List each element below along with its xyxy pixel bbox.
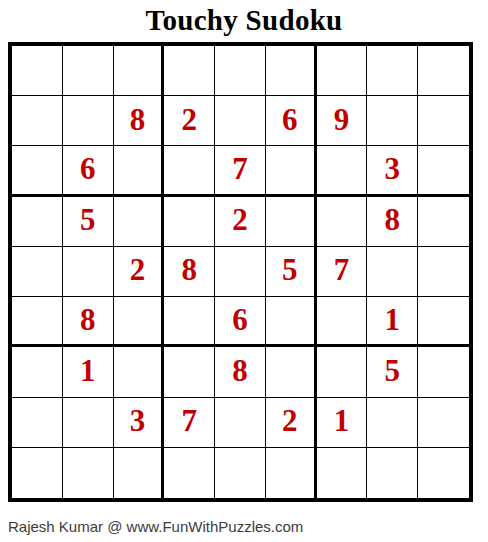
- cell-r1c5[interactable]: [215, 46, 266, 96]
- cell-r3c6[interactable]: [266, 146, 317, 196]
- cell-r5c6-given-5[interactable]: 5: [266, 247, 317, 297]
- cell-r8c6-given-2[interactable]: 2: [266, 398, 317, 448]
- cell-r1c3[interactable]: [114, 46, 165, 96]
- cell-r5c8[interactable]: [367, 247, 418, 297]
- cell-r1c7[interactable]: [317, 46, 368, 96]
- cell-r9c4[interactable]: [164, 448, 215, 498]
- cell-r3c4[interactable]: [164, 146, 215, 196]
- cell-r1c6[interactable]: [266, 46, 317, 96]
- cell-r7c2-given-1[interactable]: 1: [63, 347, 114, 397]
- cell-r9c8[interactable]: [367, 448, 418, 498]
- cell-r5c5[interactable]: [215, 247, 266, 297]
- cell-r4c8-given-8[interactable]: 8: [367, 197, 418, 247]
- cell-r1c8[interactable]: [367, 46, 418, 96]
- cell-r4c2-given-5[interactable]: 5: [63, 197, 114, 247]
- cell-r3c3[interactable]: [114, 146, 165, 196]
- cell-r3c5-given-7[interactable]: 7: [215, 146, 266, 196]
- cell-r6c1[interactable]: [12, 297, 63, 347]
- cell-r8c3-given-3[interactable]: 3: [114, 398, 165, 448]
- cell-r7c1[interactable]: [12, 347, 63, 397]
- cell-r3c2-given-6[interactable]: 6: [63, 146, 114, 196]
- cell-r6c8-given-1[interactable]: 1: [367, 297, 418, 347]
- cell-r9c9[interactable]: [418, 448, 469, 498]
- cell-r3c9[interactable]: [418, 146, 469, 196]
- cell-r1c9[interactable]: [418, 46, 469, 96]
- cell-r9c2[interactable]: [63, 448, 114, 498]
- credit-text: Rajesh Kumar @ www.FunWithPuzzles.com: [8, 518, 303, 535]
- puzzle-page: Touchy Sudoku 826967352828578611853721 R…: [0, 0, 488, 542]
- cell-r4c1[interactable]: [12, 197, 63, 247]
- cell-r8c8[interactable]: [367, 398, 418, 448]
- cell-r4c4[interactable]: [164, 197, 215, 247]
- cell-r3c7[interactable]: [317, 146, 368, 196]
- cell-r9c5[interactable]: [215, 448, 266, 498]
- cell-r2c8[interactable]: [367, 96, 418, 146]
- cell-r2c4-given-2[interactable]: 2: [164, 96, 215, 146]
- cell-r6c2-given-8[interactable]: 8: [63, 297, 114, 347]
- cell-r2c2[interactable]: [63, 96, 114, 146]
- cell-r9c6[interactable]: [266, 448, 317, 498]
- cell-r7c3[interactable]: [114, 347, 165, 397]
- cell-r5c1[interactable]: [12, 247, 63, 297]
- cell-r8c1[interactable]: [12, 398, 63, 448]
- cell-r7c6[interactable]: [266, 347, 317, 397]
- cell-r4c6[interactable]: [266, 197, 317, 247]
- cell-r8c5[interactable]: [215, 398, 266, 448]
- cell-r2c6-given-6[interactable]: 6: [266, 96, 317, 146]
- cell-r5c2[interactable]: [63, 247, 114, 297]
- cell-r2c1[interactable]: [12, 96, 63, 146]
- cell-r6c5-given-6[interactable]: 6: [215, 297, 266, 347]
- cell-r7c4[interactable]: [164, 347, 215, 397]
- cell-r5c9[interactable]: [418, 247, 469, 297]
- cell-r3c1[interactable]: [12, 146, 63, 196]
- cell-r4c5-given-2[interactable]: 2: [215, 197, 266, 247]
- cell-r1c2[interactable]: [63, 46, 114, 96]
- cell-r8c7-given-1[interactable]: 1: [317, 398, 368, 448]
- cell-r6c7[interactable]: [317, 297, 368, 347]
- cell-r9c1[interactable]: [12, 448, 63, 498]
- cell-r8c4-given-7[interactable]: 7: [164, 398, 215, 448]
- cell-r1c4[interactable]: [164, 46, 215, 96]
- cell-r2c3-given-8[interactable]: 8: [114, 96, 165, 146]
- cell-r1c1[interactable]: [12, 46, 63, 96]
- cell-r6c4[interactable]: [164, 297, 215, 347]
- cell-r8c2[interactable]: [63, 398, 114, 448]
- cell-r5c4-given-8[interactable]: 8: [164, 247, 215, 297]
- cell-r4c3[interactable]: [114, 197, 165, 247]
- cell-r6c6[interactable]: [266, 297, 317, 347]
- cell-r7c5-given-8[interactable]: 8: [215, 347, 266, 397]
- cell-r8c9[interactable]: [418, 398, 469, 448]
- cell-r4c9[interactable]: [418, 197, 469, 247]
- cell-r6c9[interactable]: [418, 297, 469, 347]
- cell-r7c9[interactable]: [418, 347, 469, 397]
- cell-r5c7-given-7[interactable]: 7: [317, 247, 368, 297]
- cell-r7c8-given-5[interactable]: 5: [367, 347, 418, 397]
- cell-r9c3[interactable]: [114, 448, 165, 498]
- cell-r2c9[interactable]: [418, 96, 469, 146]
- cell-r6c3[interactable]: [114, 297, 165, 347]
- sudoku-board: 826967352828578611853721: [8, 42, 473, 502]
- cell-r4c7[interactable]: [317, 197, 368, 247]
- cell-r9c7[interactable]: [317, 448, 368, 498]
- cell-r7c7[interactable]: [317, 347, 368, 397]
- page-title: Touchy Sudoku: [0, 0, 488, 41]
- cell-r2c5[interactable]: [215, 96, 266, 146]
- cell-r2c7-given-9[interactable]: 9: [317, 96, 368, 146]
- cell-r3c8-given-3[interactable]: 3: [367, 146, 418, 196]
- cell-r5c3-given-2[interactable]: 2: [114, 247, 165, 297]
